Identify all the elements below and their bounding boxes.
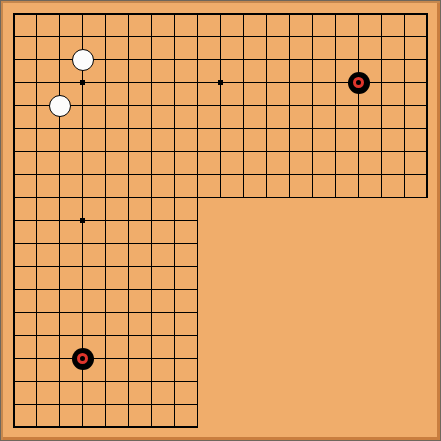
intersection <box>94 186 117 209</box>
intersection <box>48 255 71 278</box>
intersection <box>278 48 301 71</box>
intersection <box>94 140 117 163</box>
intersection <box>2 209 25 232</box>
intersection <box>186 2 209 25</box>
intersection <box>163 25 186 48</box>
intersection <box>278 140 301 163</box>
intersection <box>186 94 209 117</box>
intersection <box>301 163 324 186</box>
intersection <box>94 209 117 232</box>
intersection <box>278 163 301 186</box>
intersection <box>232 163 255 186</box>
intersection <box>140 71 163 94</box>
intersection <box>393 117 416 140</box>
intersection <box>48 393 71 416</box>
intersection <box>117 25 140 48</box>
intersection <box>25 370 48 393</box>
intersection <box>94 94 117 117</box>
intersection <box>416 94 439 117</box>
intersection <box>209 140 232 163</box>
intersection <box>2 370 25 393</box>
intersection <box>48 232 71 255</box>
intersection <box>232 48 255 71</box>
intersection <box>301 186 324 209</box>
star-point <box>218 80 223 85</box>
intersection <box>232 25 255 48</box>
intersection <box>94 416 117 439</box>
intersection <box>186 370 209 393</box>
intersection <box>25 301 48 324</box>
intersection <box>393 94 416 117</box>
intersection <box>2 25 25 48</box>
intersection <box>163 324 186 347</box>
intersection <box>48 117 71 140</box>
intersection <box>48 370 71 393</box>
intersection <box>347 48 370 71</box>
intersection <box>370 48 393 71</box>
intersection <box>186 117 209 140</box>
intersection <box>255 94 278 117</box>
intersection <box>71 301 94 324</box>
intersection <box>347 94 370 117</box>
intersection <box>25 48 48 71</box>
intersection <box>2 416 25 439</box>
intersection <box>416 2 439 25</box>
intersection <box>209 186 232 209</box>
intersection <box>209 163 232 186</box>
intersection <box>71 278 94 301</box>
intersection <box>209 71 232 94</box>
intersection <box>163 94 186 117</box>
intersection <box>140 393 163 416</box>
intersection <box>117 324 140 347</box>
intersection <box>140 163 163 186</box>
intersection <box>163 301 186 324</box>
intersection <box>48 48 71 71</box>
intersection <box>370 117 393 140</box>
intersection <box>278 117 301 140</box>
intersection <box>71 71 94 94</box>
intersection <box>186 301 209 324</box>
intersection <box>48 140 71 163</box>
intersection <box>416 163 439 186</box>
intersection <box>186 232 209 255</box>
intersection <box>71 48 94 71</box>
intersection <box>117 209 140 232</box>
intersection <box>2 71 25 94</box>
intersection <box>301 48 324 71</box>
intersection <box>209 94 232 117</box>
intersection <box>140 324 163 347</box>
intersection <box>140 301 163 324</box>
intersection <box>2 301 25 324</box>
intersection <box>324 163 347 186</box>
intersection <box>140 25 163 48</box>
intersection <box>25 393 48 416</box>
intersection <box>48 301 71 324</box>
intersection <box>209 2 232 25</box>
intersection <box>186 48 209 71</box>
intersection <box>416 25 439 48</box>
intersection <box>48 25 71 48</box>
intersection <box>94 48 117 71</box>
intersection <box>117 370 140 393</box>
intersection <box>71 324 94 347</box>
intersection <box>117 186 140 209</box>
intersection <box>94 370 117 393</box>
intersection <box>255 163 278 186</box>
intersection <box>232 71 255 94</box>
intersection <box>25 94 48 117</box>
intersection <box>278 71 301 94</box>
intersection <box>186 163 209 186</box>
intersection <box>163 117 186 140</box>
intersection <box>2 2 25 25</box>
intersection <box>370 2 393 25</box>
intersection <box>324 2 347 25</box>
intersection <box>71 347 94 370</box>
intersection <box>48 163 71 186</box>
intersection <box>232 140 255 163</box>
intersection <box>324 140 347 163</box>
intersection <box>2 186 25 209</box>
intersection <box>163 209 186 232</box>
intersection <box>416 71 439 94</box>
intersection <box>94 163 117 186</box>
intersection <box>25 278 48 301</box>
intersection <box>2 140 25 163</box>
intersection <box>71 163 94 186</box>
intersection <box>393 186 416 209</box>
intersection <box>117 232 140 255</box>
intersection <box>163 255 186 278</box>
intersection <box>416 140 439 163</box>
intersection <box>301 2 324 25</box>
intersection <box>94 255 117 278</box>
intersection <box>347 117 370 140</box>
intersection <box>255 140 278 163</box>
intersection <box>94 232 117 255</box>
intersection <box>393 48 416 71</box>
intersection <box>393 163 416 186</box>
intersection <box>71 140 94 163</box>
intersection <box>163 2 186 25</box>
intersection <box>163 232 186 255</box>
intersection <box>347 186 370 209</box>
intersection <box>71 232 94 255</box>
intersection <box>25 324 48 347</box>
intersection <box>117 140 140 163</box>
intersection <box>140 48 163 71</box>
intersection <box>324 186 347 209</box>
intersection <box>232 117 255 140</box>
intersection <box>347 2 370 25</box>
intersection <box>163 416 186 439</box>
intersection <box>163 347 186 370</box>
intersection <box>25 416 48 439</box>
intersection <box>117 301 140 324</box>
intersection <box>324 25 347 48</box>
intersection <box>163 278 186 301</box>
intersection <box>48 2 71 25</box>
intersection <box>48 324 71 347</box>
intersection <box>301 71 324 94</box>
intersection <box>347 71 370 94</box>
intersection <box>117 163 140 186</box>
intersection <box>25 117 48 140</box>
intersection <box>186 140 209 163</box>
go-board <box>0 0 441 441</box>
intersection <box>117 393 140 416</box>
intersection <box>25 232 48 255</box>
intersection <box>48 71 71 94</box>
intersection <box>71 209 94 232</box>
intersection <box>140 232 163 255</box>
intersection <box>416 186 439 209</box>
intersection <box>163 393 186 416</box>
intersection <box>48 278 71 301</box>
intersection <box>278 25 301 48</box>
intersection <box>71 2 94 25</box>
intersection <box>232 186 255 209</box>
intersection <box>186 278 209 301</box>
intersection <box>140 2 163 25</box>
intersection <box>94 301 117 324</box>
intersection <box>370 140 393 163</box>
intersection <box>71 94 94 117</box>
intersection <box>163 163 186 186</box>
intersection <box>140 370 163 393</box>
intersection <box>94 25 117 48</box>
intersection <box>71 117 94 140</box>
intersection <box>117 255 140 278</box>
intersection <box>2 324 25 347</box>
intersection <box>71 186 94 209</box>
intersection <box>140 94 163 117</box>
intersection <box>255 2 278 25</box>
intersection <box>117 94 140 117</box>
intersection <box>278 94 301 117</box>
intersection <box>25 140 48 163</box>
intersection <box>278 2 301 25</box>
intersection <box>71 25 94 48</box>
intersection <box>48 94 71 117</box>
intersection <box>186 71 209 94</box>
intersection <box>209 117 232 140</box>
intersection <box>370 71 393 94</box>
intersection <box>255 186 278 209</box>
intersection <box>94 278 117 301</box>
intersection <box>25 186 48 209</box>
intersections-grid <box>2 2 439 439</box>
intersection <box>25 25 48 48</box>
intersection <box>94 2 117 25</box>
intersection <box>117 347 140 370</box>
intersection <box>163 370 186 393</box>
intersection <box>2 48 25 71</box>
intersection <box>324 71 347 94</box>
intersection <box>301 140 324 163</box>
intersection <box>416 117 439 140</box>
intersection <box>25 209 48 232</box>
intersection <box>255 117 278 140</box>
intersection <box>140 255 163 278</box>
intersection <box>140 140 163 163</box>
intersection <box>209 48 232 71</box>
intersection <box>370 25 393 48</box>
intersection <box>2 255 25 278</box>
intersection <box>71 393 94 416</box>
intersection <box>48 186 71 209</box>
intersection <box>25 347 48 370</box>
intersection <box>324 94 347 117</box>
white-stone <box>72 49 94 71</box>
intersection <box>94 71 117 94</box>
black-stone-circled <box>72 348 94 370</box>
circle-marker-icon <box>353 77 364 88</box>
intersection <box>117 48 140 71</box>
intersection <box>347 140 370 163</box>
intersection <box>186 416 209 439</box>
intersection <box>2 232 25 255</box>
intersection <box>140 347 163 370</box>
intersection <box>2 278 25 301</box>
intersection <box>71 255 94 278</box>
intersection <box>393 2 416 25</box>
intersection <box>2 163 25 186</box>
intersection <box>117 278 140 301</box>
intersection <box>416 48 439 71</box>
intersection <box>48 209 71 232</box>
intersection <box>71 416 94 439</box>
intersection <box>25 71 48 94</box>
intersection <box>25 2 48 25</box>
intersection <box>2 347 25 370</box>
intersection <box>324 117 347 140</box>
intersection <box>117 416 140 439</box>
intersection <box>209 25 232 48</box>
intersection <box>347 163 370 186</box>
intersection <box>393 25 416 48</box>
intersection <box>370 94 393 117</box>
intersection <box>301 25 324 48</box>
intersection <box>140 186 163 209</box>
intersection <box>94 393 117 416</box>
white-stone <box>49 95 71 117</box>
intersection <box>278 186 301 209</box>
intersection <box>163 186 186 209</box>
intersection <box>255 48 278 71</box>
intersection <box>186 393 209 416</box>
intersection <box>25 163 48 186</box>
intersection <box>324 48 347 71</box>
intersection <box>163 140 186 163</box>
intersection <box>186 209 209 232</box>
black-stone-circled <box>348 72 370 94</box>
intersection <box>255 71 278 94</box>
intersection <box>25 255 48 278</box>
intersection <box>48 416 71 439</box>
intersection <box>48 347 71 370</box>
intersection <box>393 140 416 163</box>
intersection <box>2 393 25 416</box>
intersection <box>232 94 255 117</box>
intersection <box>393 71 416 94</box>
star-point <box>80 80 85 85</box>
intersection <box>232 2 255 25</box>
intersection <box>71 370 94 393</box>
intersection <box>94 117 117 140</box>
circle-marker-icon <box>77 353 88 364</box>
intersection <box>186 255 209 278</box>
intersection <box>163 48 186 71</box>
intersection <box>2 94 25 117</box>
intersection <box>186 347 209 370</box>
intersection <box>347 25 370 48</box>
intersection <box>370 186 393 209</box>
intersection <box>140 416 163 439</box>
intersection <box>163 71 186 94</box>
intersection <box>117 71 140 94</box>
intersection <box>301 94 324 117</box>
intersection <box>117 2 140 25</box>
intersection <box>94 347 117 370</box>
intersection <box>140 278 163 301</box>
intersection <box>301 117 324 140</box>
intersection <box>186 186 209 209</box>
intersection <box>2 117 25 140</box>
intersection <box>117 117 140 140</box>
intersection <box>255 25 278 48</box>
intersection <box>94 324 117 347</box>
star-point <box>80 218 85 223</box>
intersection <box>140 209 163 232</box>
intersection <box>370 163 393 186</box>
intersection <box>140 117 163 140</box>
intersection <box>186 25 209 48</box>
intersection <box>186 324 209 347</box>
